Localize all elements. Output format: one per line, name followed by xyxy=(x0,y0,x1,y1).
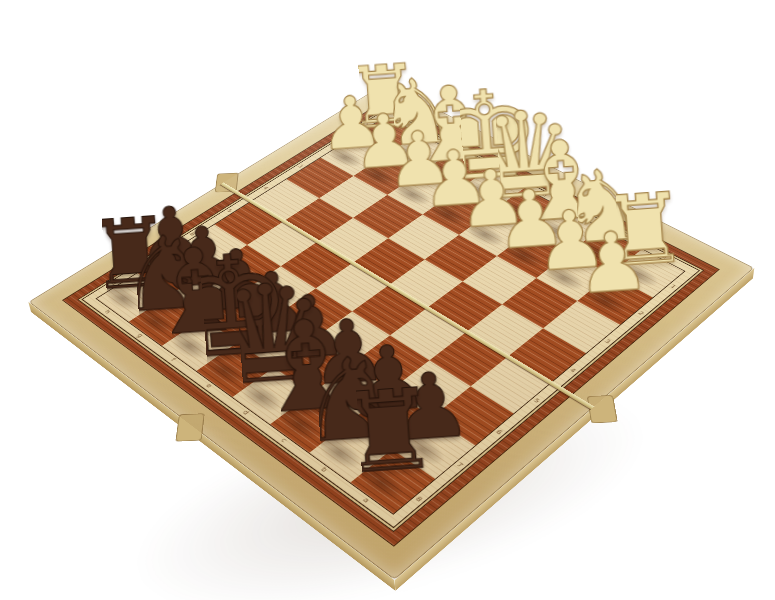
perspective-container: hhggffeeddccbbaa1122334455667788 ♜♞♝♛♚♝♞… xyxy=(0,0,775,600)
coordinate-label: 4 xyxy=(568,367,577,374)
piece-a2-white-pawn[interactable]: ♟ xyxy=(577,134,642,301)
photo-scene: hhggffeeddccbbaa1122334455667788 ♜♞♝♛♚♝♞… xyxy=(0,0,775,600)
coordinate-label: 3 xyxy=(603,338,612,345)
black-rook-icon: ♜ xyxy=(336,378,442,484)
camera-tilt: hhggffeeddccbbaa1122334455667788 ♜♞♝♛♚♝♞… xyxy=(0,0,775,600)
square-b4[interactable] xyxy=(466,305,543,357)
chess-board: hhggffeeddccbbaa1122334455667788 ♜♞♝♛♚♝♞… xyxy=(28,83,754,580)
piece-a8-black-rook[interactable]: ♜ xyxy=(350,295,423,483)
white-pawn-icon: ♟ xyxy=(573,223,651,302)
